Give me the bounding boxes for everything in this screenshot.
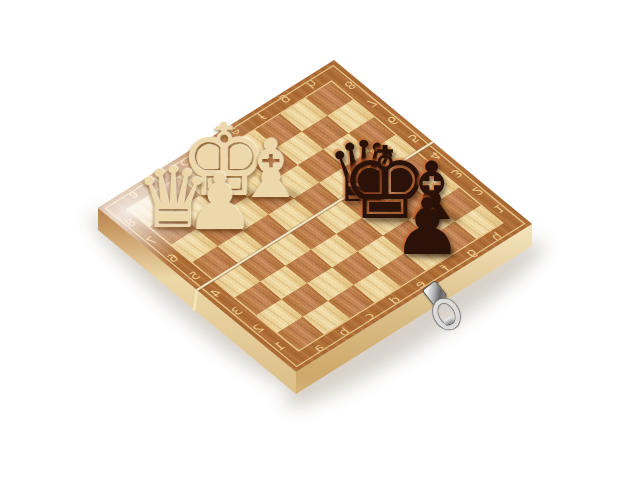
pieces-layer: ♛♚♟♝♛♚♝♟ [0,0,640,480]
product-photo: aabbccddeeffgghh1122334455667788 ♛♚♟♝♛♚♝… [0,0,640,480]
piece-black-pawn-f1: ♟ [393,188,463,266]
piece-white-pawn-b6: ♟ [185,163,255,241]
